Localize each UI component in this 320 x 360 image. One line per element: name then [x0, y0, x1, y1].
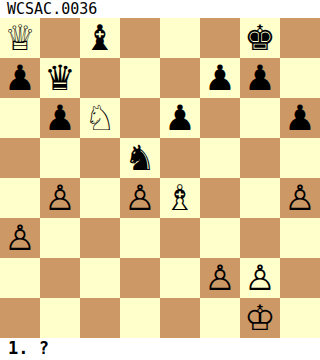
square-a5[interactable] — [0, 138, 40, 178]
square-h3[interactable] — [280, 218, 320, 258]
black-pawn: ♟ — [4, 58, 35, 98]
square-b6[interactable]: ♟ — [40, 98, 80, 138]
square-f2[interactable]: ♙ — [200, 258, 240, 298]
white-pawn: ♙ — [204, 258, 235, 298]
square-d5[interactable]: ♞ — [120, 138, 160, 178]
square-d1[interactable] — [120, 298, 160, 338]
square-e1[interactable] — [160, 298, 200, 338]
white-queen: ♕ — [4, 18, 35, 58]
square-b1[interactable] — [40, 298, 80, 338]
square-g5[interactable] — [240, 138, 280, 178]
white-knight: ♘ — [84, 98, 115, 138]
black-queen: ♛ — [44, 58, 75, 98]
square-h4[interactable]: ♙ — [280, 178, 320, 218]
square-d7[interactable] — [120, 58, 160, 98]
square-a3[interactable]: ♙ — [0, 218, 40, 258]
square-d4[interactable]: ♙ — [120, 178, 160, 218]
square-g4[interactable] — [240, 178, 280, 218]
square-h2[interactable] — [280, 258, 320, 298]
black-pawn: ♟ — [164, 98, 195, 138]
move-prompt: 1. ? — [0, 338, 320, 360]
square-c6[interactable]: ♘ — [80, 98, 120, 138]
square-a6[interactable] — [0, 98, 40, 138]
square-g8[interactable]: ♚ — [240, 18, 280, 58]
black-pawn: ♟ — [284, 98, 315, 138]
black-knight: ♞ — [124, 138, 155, 178]
black-bishop: ♝ — [84, 18, 115, 58]
square-e2[interactable] — [160, 258, 200, 298]
square-f6[interactable] — [200, 98, 240, 138]
square-h8[interactable] — [280, 18, 320, 58]
square-b8[interactable] — [40, 18, 80, 58]
diagram-title: WCSAC.0036 — [0, 0, 320, 18]
white-king: ♔ — [244, 298, 275, 338]
square-g6[interactable] — [240, 98, 280, 138]
square-f1[interactable] — [200, 298, 240, 338]
square-e7[interactable] — [160, 58, 200, 98]
square-d8[interactable] — [120, 18, 160, 58]
square-b7[interactable]: ♛ — [40, 58, 80, 98]
square-c3[interactable] — [80, 218, 120, 258]
white-pawn: ♙ — [44, 178, 75, 218]
square-f7[interactable]: ♟ — [200, 58, 240, 98]
square-f8[interactable] — [200, 18, 240, 58]
square-e3[interactable] — [160, 218, 200, 258]
square-c5[interactable] — [80, 138, 120, 178]
square-e6[interactable]: ♟ — [160, 98, 200, 138]
black-pawn: ♟ — [204, 58, 235, 98]
chess-board: ♕♝♚♟♛♟♟♟♘♟♟♞♙♙♗♙♙♙♙♔ — [0, 18, 320, 338]
square-c8[interactable]: ♝ — [80, 18, 120, 58]
white-bishop: ♗ — [164, 178, 195, 218]
square-e8[interactable] — [160, 18, 200, 58]
white-pawn: ♙ — [4, 218, 35, 258]
square-b3[interactable] — [40, 218, 80, 258]
square-f5[interactable] — [200, 138, 240, 178]
white-pawn: ♙ — [284, 178, 315, 218]
square-h5[interactable] — [280, 138, 320, 178]
white-pawn: ♙ — [244, 258, 275, 298]
square-g1[interactable]: ♔ — [240, 298, 280, 338]
black-king: ♚ — [244, 18, 275, 58]
square-g2[interactable]: ♙ — [240, 258, 280, 298]
chess-diagram: WCSAC.0036 ♕♝♚♟♛♟♟♟♘♟♟♞♙♙♗♙♙♙♙♔ 1. ? — [0, 0, 320, 360]
black-pawn: ♟ — [244, 58, 275, 98]
square-a1[interactable] — [0, 298, 40, 338]
square-a8[interactable]: ♕ — [0, 18, 40, 58]
square-e4[interactable]: ♗ — [160, 178, 200, 218]
square-c1[interactable] — [80, 298, 120, 338]
square-a7[interactable]: ♟ — [0, 58, 40, 98]
square-f3[interactable] — [200, 218, 240, 258]
black-pawn: ♟ — [44, 98, 75, 138]
square-a2[interactable] — [0, 258, 40, 298]
square-h7[interactable] — [280, 58, 320, 98]
square-c4[interactable] — [80, 178, 120, 218]
square-b4[interactable]: ♙ — [40, 178, 80, 218]
square-h1[interactable] — [280, 298, 320, 338]
square-c2[interactable] — [80, 258, 120, 298]
square-a4[interactable] — [0, 178, 40, 218]
square-g3[interactable] — [240, 218, 280, 258]
square-d6[interactable] — [120, 98, 160, 138]
square-b2[interactable] — [40, 258, 80, 298]
square-d2[interactable] — [120, 258, 160, 298]
square-b5[interactable] — [40, 138, 80, 178]
square-g7[interactable]: ♟ — [240, 58, 280, 98]
square-e5[interactable] — [160, 138, 200, 178]
square-f4[interactable] — [200, 178, 240, 218]
square-c7[interactable] — [80, 58, 120, 98]
square-h6[interactable]: ♟ — [280, 98, 320, 138]
square-d3[interactable] — [120, 218, 160, 258]
white-pawn: ♙ — [124, 178, 155, 218]
